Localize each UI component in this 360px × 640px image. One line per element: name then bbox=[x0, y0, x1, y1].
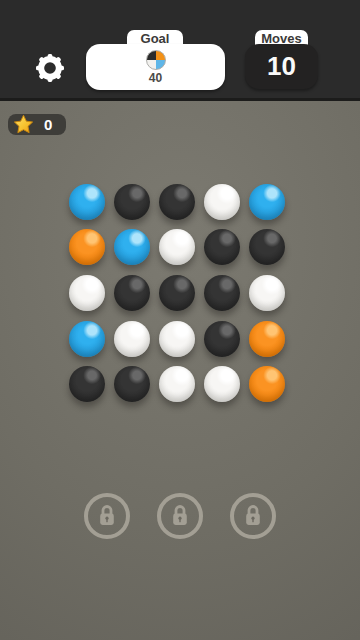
ball-black[interactable] bbox=[204, 275, 240, 311]
gear-icon bbox=[36, 54, 64, 82]
ball-black[interactable] bbox=[114, 366, 150, 402]
cell bbox=[154, 179, 199, 225]
cell bbox=[109, 225, 154, 271]
cell bbox=[109, 270, 154, 316]
ball-orange[interactable] bbox=[69, 229, 105, 265]
cell bbox=[154, 270, 199, 316]
ball-blue[interactable] bbox=[114, 229, 150, 265]
ball-white[interactable] bbox=[69, 275, 105, 311]
lock-button[interactable] bbox=[230, 493, 276, 539]
ball-black[interactable] bbox=[114, 275, 150, 311]
game-screen: Goal 40 Moves 10 0 bbox=[0, 0, 360, 640]
ball-orange[interactable] bbox=[249, 366, 285, 402]
cell bbox=[64, 225, 109, 271]
board bbox=[64, 179, 289, 407]
ball-blue[interactable] bbox=[69, 321, 105, 357]
ball-black[interactable] bbox=[159, 275, 195, 311]
lock-icon bbox=[95, 503, 119, 529]
cell bbox=[244, 179, 289, 225]
cell bbox=[154, 361, 199, 407]
cell bbox=[244, 316, 289, 362]
cell bbox=[64, 361, 109, 407]
goal-value: 40 bbox=[149, 71, 162, 85]
ball-white[interactable] bbox=[114, 321, 150, 357]
ball-white[interactable] bbox=[159, 229, 195, 265]
moves-card: 10 bbox=[245, 44, 318, 89]
ball-blue[interactable] bbox=[69, 184, 105, 220]
cell bbox=[199, 361, 244, 407]
booster-bar bbox=[84, 493, 276, 539]
cell bbox=[64, 270, 109, 316]
cell bbox=[109, 179, 154, 225]
cell bbox=[199, 179, 244, 225]
cell bbox=[64, 316, 109, 362]
ball-white[interactable] bbox=[204, 366, 240, 402]
ball-white[interactable] bbox=[204, 184, 240, 220]
cell bbox=[154, 316, 199, 362]
ball-white[interactable] bbox=[249, 275, 285, 311]
lock-button[interactable] bbox=[84, 493, 130, 539]
settings-button[interactable] bbox=[36, 54, 64, 82]
ball-black[interactable] bbox=[114, 184, 150, 220]
star-icon bbox=[12, 113, 35, 136]
header-bar: Goal 40 Moves 10 bbox=[0, 0, 360, 101]
cell bbox=[154, 225, 199, 271]
ball-black[interactable] bbox=[204, 229, 240, 265]
cell bbox=[199, 225, 244, 271]
lock-icon bbox=[168, 503, 192, 529]
lock-icon bbox=[241, 503, 265, 529]
ball-black[interactable] bbox=[69, 366, 105, 402]
cell bbox=[199, 270, 244, 316]
ball-black[interactable] bbox=[159, 184, 195, 220]
ball-black[interactable] bbox=[249, 229, 285, 265]
ball-blue[interactable] bbox=[249, 184, 285, 220]
cell bbox=[244, 361, 289, 407]
goal-pie-icon bbox=[146, 50, 166, 70]
ball-white[interactable] bbox=[159, 366, 195, 402]
cell bbox=[244, 225, 289, 271]
lock-button[interactable] bbox=[157, 493, 203, 539]
cell bbox=[109, 316, 154, 362]
ball-black[interactable] bbox=[204, 321, 240, 357]
cell bbox=[64, 179, 109, 225]
cell bbox=[244, 270, 289, 316]
cell bbox=[109, 361, 154, 407]
goal-card: 40 bbox=[86, 44, 225, 90]
ball-orange[interactable] bbox=[249, 321, 285, 357]
cell bbox=[199, 316, 244, 362]
ball-white[interactable] bbox=[159, 321, 195, 357]
moves-value: 10 bbox=[267, 51, 296, 82]
star-counter: 0 bbox=[8, 114, 66, 135]
star-count: 0 bbox=[44, 116, 52, 133]
